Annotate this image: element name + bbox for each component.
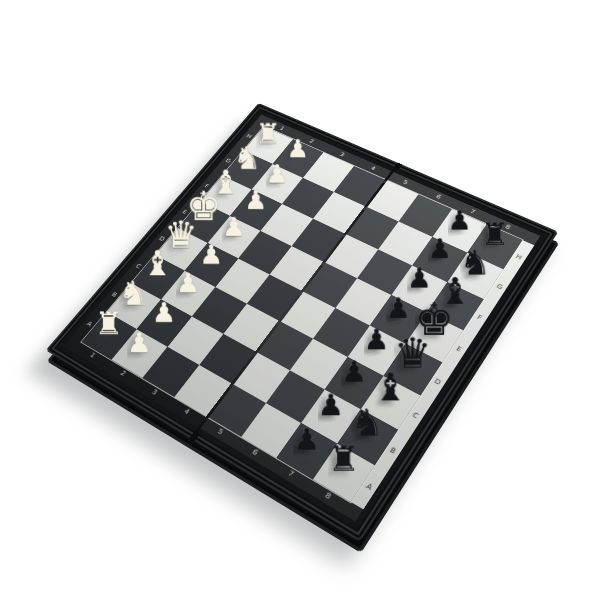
white-rook-icon: ♜ (95, 308, 123, 339)
black-pawn-icon: ♟ (293, 424, 320, 454)
black-pawn-icon: ♟ (407, 264, 432, 291)
photo-background: { "game": { "name": "chess", "view": "Ma… (0, 0, 600, 600)
white-pawn-icon: ♟ (244, 187, 267, 212)
board-frame: 12345678 12345678 HGFEDCBA HGFEDCBA ♜♟♟♜… (46, 103, 559, 542)
black-pawn-icon: ♟ (341, 357, 367, 386)
black-pawn-icon: ♟ (386, 294, 411, 322)
white-knight-icon: ♞ (119, 276, 149, 310)
board-surface: 12345678 12345678 HGFEDCBA HGFEDCBA ♜♟♟♜… (64, 115, 541, 522)
white-pawn-icon: ♟ (152, 299, 176, 326)
white-pawn-icon: ♟ (176, 270, 200, 297)
white-pawn-icon: ♟ (127, 329, 152, 356)
white-pawn-icon: ♟ (287, 136, 309, 161)
black-pawn-icon: ♟ (428, 235, 452, 262)
chess-board: 12345678 12345678 HGFEDCBA HGFEDCBA ♜♟♟♜… (46, 103, 559, 542)
black-pawn-icon: ♟ (448, 207, 472, 234)
white-pawn-icon: ♟ (266, 161, 289, 186)
black-pawn-icon: ♟ (364, 325, 389, 353)
white-pawn-icon: ♟ (222, 214, 245, 240)
black-knight-icon: ♞ (351, 404, 385, 441)
black-rook-icon: ♜ (328, 442, 359, 477)
black-pawn-icon: ♟ (318, 390, 344, 419)
white-pawn-icon: ♟ (199, 241, 223, 267)
